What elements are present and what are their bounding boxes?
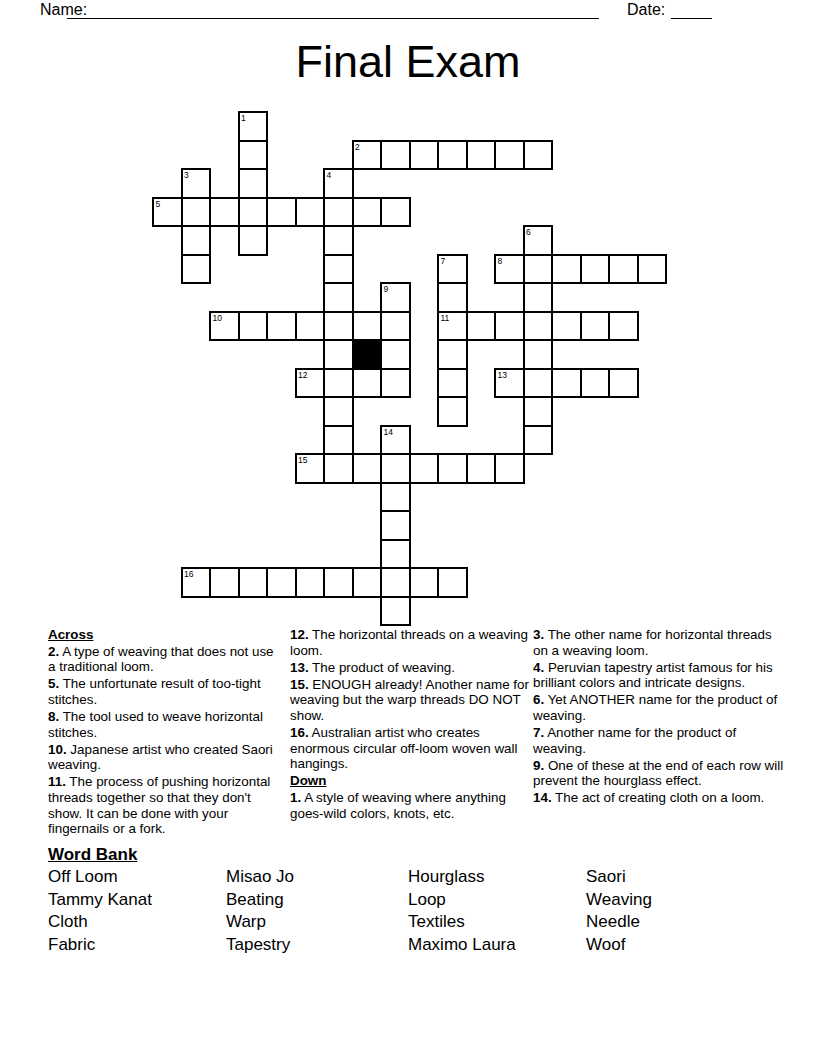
grid-cell[interactable] [323,282,354,313]
grid-cell[interactable]: 14 [380,425,411,456]
word-bank-item: Beating [226,890,408,913]
grid-cell[interactable] [323,453,354,484]
grid-cell[interactable] [323,339,354,370]
word-bank-item: Textiles [408,912,586,935]
word-bank-item: Weaving [586,890,726,913]
clue-item: 4. Peruvian tapestry artist famous for h… [533,660,785,691]
word-bank-item: Needle [586,912,726,935]
grid-cell[interactable] [466,453,497,484]
grid-cell[interactable] [181,254,212,285]
date-fill-line[interactable] [671,2,712,19]
grid-cell[interactable] [608,368,639,399]
grid-cell[interactable] [238,311,269,342]
cell-number: 10 [213,313,222,323]
grid-cell[interactable] [437,453,468,484]
grid-cell[interactable] [466,311,497,342]
grid-cell[interactable]: 3 [181,168,212,199]
grid-cell[interactable]: 12 [295,368,326,399]
grid-cell[interactable] [608,254,639,285]
grid-cell[interactable]: 6 [523,225,554,256]
grid-cell[interactable] [380,368,411,399]
grid-cell[interactable] [466,140,497,171]
name-fill-line[interactable] [67,2,599,19]
clue-number: 14. [533,790,552,805]
crossword-worksheet: Name: Date: Final Exam 12345678910111213… [0,0,816,1056]
cell-number: 7 [441,256,446,266]
word-bank-item: Hourglass [408,867,586,890]
grid-cell[interactable]: 7 [437,254,468,285]
grid-cell[interactable] [409,567,440,598]
grid-cell[interactable]: 1 [238,111,269,142]
grid-cell[interactable] [352,368,383,399]
word-bank-item: Tapestry [226,935,408,958]
grid-cell[interactable] [523,339,554,370]
grid-cell[interactable] [523,396,554,427]
word-bank-item: Warp [226,912,408,935]
grid-cell[interactable] [523,311,554,342]
clue-number: 10. [48,742,67,757]
grid-cell[interactable] [523,254,554,285]
grid-cell[interactable]: 16 [181,567,212,598]
grid-cell[interactable] [380,140,411,171]
clue-item: 14. The act of creating cloth on a loom. [533,790,785,806]
clue-number: 4. [533,660,544,675]
clue-number: 3. [533,627,544,642]
grid-cell[interactable] [352,311,383,342]
clue-column-1: Across2. A type of weaving that does not… [48,627,282,838]
clue-item: 8. The tool used to weave horizontal sti… [48,709,282,740]
grid-cell[interactable] [181,225,212,256]
cell-number: 2 [355,142,360,152]
grid-cell[interactable] [523,282,554,313]
date-label: Date: [627,1,665,19]
clue-number: 15. [290,677,309,692]
grid-cell[interactable] [238,567,269,598]
grid-cell[interactable] [523,425,554,456]
grid-cell[interactable] [209,567,240,598]
clue-number: 7. [533,725,544,740]
cell-number: 13 [498,370,507,380]
clue-item: 12. The horizontal threads on a weaving … [290,627,533,658]
clue-item: 9. One of these at the end of each row w… [533,758,785,789]
grid-cell[interactable] [238,168,269,199]
clue-item: 2. A type of weaving that does not use a… [48,644,282,675]
grid-cell[interactable] [295,197,326,228]
cell-number: 12 [298,370,307,380]
grid-cell[interactable] [238,225,269,256]
grid-cell[interactable] [380,539,411,570]
word-bank-item: Saori [586,867,726,890]
grid-cell[interactable] [608,311,639,342]
clue-number: 13. [290,660,309,675]
clue-item: 6. Yet ANOTHER name for the product of w… [533,692,785,723]
grid-cell[interactable] [580,311,611,342]
grid-cell[interactable] [409,140,440,171]
grid-cell[interactable] [266,197,297,228]
clue-item: 16. Australian artist who creates enormo… [290,725,533,772]
grid-cell[interactable] [266,311,297,342]
clue-number: 16. [290,725,309,740]
grid-cell[interactable]: 9 [380,282,411,313]
grid-cell[interactable] [323,425,354,456]
grid-cell[interactable] [209,197,240,228]
word-bank-item: Cloth [48,912,226,935]
grid-cell[interactable]: 5 [152,197,183,228]
grid-cell[interactable] [380,596,411,627]
clue-item: 10. Japanese artist who created Saori we… [48,742,282,773]
grid-cell[interactable] [437,396,468,427]
grid-cell[interactable] [323,197,354,228]
cell-number: 6 [526,227,531,237]
clue-number: 2. [48,644,59,659]
cell-number: 5 [156,199,161,209]
page-title: Final Exam [0,36,816,88]
black-cell [352,339,383,370]
crossword-grid: 12345678910111213141516 [152,111,666,625]
cell-number: 11 [441,313,450,323]
clue-number: 1. [290,790,301,805]
word-bank-item: Misao Jo [226,867,408,890]
grid-cell[interactable] [323,225,354,256]
grid-cell[interactable] [437,368,468,399]
grid-cell[interactable] [437,339,468,370]
grid-cell[interactable] [295,567,326,598]
grid-cell[interactable]: 15 [295,453,326,484]
grid-cell[interactable]: 4 [323,168,354,199]
grid-cell[interactable] [266,567,297,598]
grid-cell[interactable] [352,197,383,228]
clue-item: 13. The product of weaving. [290,660,533,676]
grid-cell[interactable] [295,311,326,342]
grid-cell[interactable]: 2 [352,140,383,171]
clue-item: 3. The other name for horizontal threads… [533,627,785,658]
word-bank-item: Loop [408,890,586,913]
clue-item: 15. ENOUGH already! Another name for wea… [290,677,533,724]
grid-cell[interactable]: 8 [494,254,525,285]
grid-cell[interactable] [551,254,582,285]
clue-item: 5. The unfortunate result of too-tight s… [48,676,282,707]
word-bank: Off LoomMisao JoHourglassSaoriTammy Kana… [48,867,726,957]
cell-number: 1 [241,113,246,123]
grid-cell[interactable] [437,140,468,171]
grid-cell[interactable] [380,510,411,541]
cell-number: 9 [384,284,389,294]
word-bank-item: Tammy Kanat [48,890,226,913]
grid-cell[interactable] [238,140,269,171]
grid-cell[interactable]: 13 [494,368,525,399]
grid-cell[interactable] [352,567,383,598]
grid-cell[interactable] [580,368,611,399]
clue-item: 7. Another name for the product of weavi… [533,725,785,756]
grid-cell[interactable] [494,140,525,171]
grid-cell[interactable] [523,368,554,399]
cell-number: 15 [298,455,307,465]
grid-cell[interactable] [551,368,582,399]
grid-cell[interactable] [352,453,383,484]
grid-cell[interactable]: 11 [437,311,468,342]
grid-cell[interactable] [380,567,411,598]
clue-item: 11. The process of pushing horizontal th… [48,774,282,836]
clue-number: 5. [48,676,59,691]
clue-column-3: 3. The other name for horizontal threads… [533,627,785,808]
grid-cell[interactable] [380,482,411,513]
grid-cell[interactable] [494,311,525,342]
grid-cell[interactable] [380,453,411,484]
grid-cell[interactable] [437,282,468,313]
cell-number: 14 [384,427,393,437]
clue-number: 9. [533,758,544,773]
clues-heading-down: Down [290,773,533,789]
clue-number: 6. [533,692,544,707]
grid-cell[interactable] [238,197,269,228]
grid-cell[interactable] [637,254,668,285]
word-bank-item: Off Loom [48,867,226,890]
grid-cell[interactable] [380,311,411,342]
grid-cell[interactable] [323,368,354,399]
grid-cell[interactable] [551,311,582,342]
grid-cell[interactable] [323,567,354,598]
grid-cell[interactable] [323,396,354,427]
clues-heading-across: Across [48,627,282,643]
grid-cell[interactable] [323,254,354,285]
cell-number: 8 [498,256,503,266]
cell-number: 16 [184,569,193,579]
grid-cell[interactable] [380,197,411,228]
word-bank-heading: Word Bank [48,845,137,865]
word-bank-item: Maximo Laura [408,935,586,958]
grid-cell[interactable] [181,197,212,228]
clue-item: 1. A style of weaving where anything goe… [290,790,533,821]
grid-cell[interactable] [494,453,525,484]
clue-number: 11. [48,774,66,789]
grid-cell[interactable] [380,339,411,370]
clue-number: 8. [48,709,59,724]
cell-number: 3 [184,170,189,180]
grid-cell[interactable]: 10 [209,311,240,342]
grid-cell[interactable] [437,567,468,598]
cell-number: 4 [327,170,332,180]
grid-cell[interactable] [523,140,554,171]
clue-number: 12. [290,627,309,642]
grid-cell[interactable] [409,453,440,484]
word-bank-item: Woof [586,935,726,958]
grid-cell[interactable] [323,311,354,342]
clue-column-2: 12. The horizontal threads on a weaving … [290,627,533,823]
grid-cell[interactable] [580,254,611,285]
word-bank-item: Fabric [48,935,226,958]
